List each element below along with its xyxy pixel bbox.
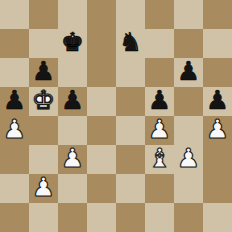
- square-b6[interactable]: ♟: [29, 58, 58, 87]
- square-h3[interactable]: [203, 145, 232, 174]
- square-c2[interactable]: [58, 174, 87, 203]
- black-knight[interactable]: ♞: [119, 29, 142, 57]
- square-e7[interactable]: ♞: [116, 29, 145, 58]
- square-a1[interactable]: [0, 203, 29, 232]
- square-b5[interactable]: ♚: [29, 87, 58, 116]
- square-h1[interactable]: [203, 203, 232, 232]
- white-pawn[interactable]: ♟: [3, 116, 26, 144]
- square-g3[interactable]: ♟: [174, 145, 203, 174]
- square-h2[interactable]: [203, 174, 232, 203]
- square-g1[interactable]: [174, 203, 203, 232]
- black-pawn[interactable]: ♟: [148, 87, 171, 115]
- square-a3[interactable]: [0, 145, 29, 174]
- square-e5[interactable]: [116, 87, 145, 116]
- square-d3[interactable]: [87, 145, 116, 174]
- white-king[interactable]: ♚: [32, 87, 55, 115]
- square-c5[interactable]: ♟: [58, 87, 87, 116]
- black-pawn[interactable]: ♟: [61, 87, 84, 115]
- square-e3[interactable]: [116, 145, 145, 174]
- square-h5[interactable]: ♟: [203, 87, 232, 116]
- square-g6[interactable]: ♟: [174, 58, 203, 87]
- square-d7[interactable]: [87, 29, 116, 58]
- square-d4[interactable]: [87, 116, 116, 145]
- black-pawn[interactable]: ♟: [177, 58, 200, 86]
- square-c7[interactable]: ♚: [58, 29, 87, 58]
- square-b2[interactable]: ♟: [29, 174, 58, 203]
- square-g2[interactable]: [174, 174, 203, 203]
- square-a2[interactable]: [0, 174, 29, 203]
- white-pawn[interactable]: ♟: [206, 116, 229, 144]
- square-c3[interactable]: ♟: [58, 145, 87, 174]
- square-c8[interactable]: [58, 0, 87, 29]
- square-d1[interactable]: [87, 203, 116, 232]
- white-pawn[interactable]: ♟: [177, 145, 200, 173]
- square-h7[interactable]: [203, 29, 232, 58]
- white-pawn[interactable]: ♟: [61, 145, 84, 173]
- square-b3[interactable]: [29, 145, 58, 174]
- square-b8[interactable]: [29, 0, 58, 29]
- square-a4[interactable]: ♟: [0, 116, 29, 145]
- square-h6[interactable]: [203, 58, 232, 87]
- square-d6[interactable]: [87, 58, 116, 87]
- square-a7[interactable]: [0, 29, 29, 58]
- white-pawn[interactable]: ♟: [148, 116, 171, 144]
- black-pawn[interactable]: ♟: [206, 87, 229, 115]
- square-d8[interactable]: [87, 0, 116, 29]
- square-f5[interactable]: ♟: [145, 87, 174, 116]
- square-f7[interactable]: [145, 29, 174, 58]
- square-a5[interactable]: ♟: [0, 87, 29, 116]
- square-f4[interactable]: ♟: [145, 116, 174, 145]
- chess-board-container: ♚♞♟♟♟♚♟♟♟♟♟♟♟♝♟♟: [0, 0, 232, 232]
- square-e2[interactable]: [116, 174, 145, 203]
- square-h8[interactable]: [203, 0, 232, 29]
- black-pawn[interactable]: ♟: [32, 58, 55, 86]
- black-pawn[interactable]: ♟: [3, 87, 26, 115]
- square-b4[interactable]: [29, 116, 58, 145]
- square-d5[interactable]: [87, 87, 116, 116]
- white-bishop[interactable]: ♝: [148, 145, 171, 173]
- square-b1[interactable]: [29, 203, 58, 232]
- white-pawn[interactable]: ♟: [32, 174, 55, 202]
- square-f8[interactable]: [145, 0, 174, 29]
- square-c4[interactable]: [58, 116, 87, 145]
- square-e4[interactable]: [116, 116, 145, 145]
- square-c6[interactable]: [58, 58, 87, 87]
- square-g8[interactable]: [174, 0, 203, 29]
- square-e8[interactable]: [116, 0, 145, 29]
- square-d2[interactable]: [87, 174, 116, 203]
- square-g4[interactable]: [174, 116, 203, 145]
- black-king[interactable]: ♚: [61, 29, 84, 57]
- square-a6[interactable]: [0, 58, 29, 87]
- square-a8[interactable]: [0, 0, 29, 29]
- chess-board: ♚♞♟♟♟♚♟♟♟♟♟♟♟♝♟♟: [0, 0, 232, 232]
- square-h4[interactable]: ♟: [203, 116, 232, 145]
- square-e1[interactable]: [116, 203, 145, 232]
- square-b7[interactable]: [29, 29, 58, 58]
- square-f2[interactable]: [145, 174, 174, 203]
- square-f1[interactable]: [145, 203, 174, 232]
- square-g7[interactable]: [174, 29, 203, 58]
- square-c1[interactable]: [58, 203, 87, 232]
- square-f6[interactable]: [145, 58, 174, 87]
- square-g5[interactable]: [174, 87, 203, 116]
- square-f3[interactable]: ♝: [145, 145, 174, 174]
- square-e6[interactable]: [116, 58, 145, 87]
